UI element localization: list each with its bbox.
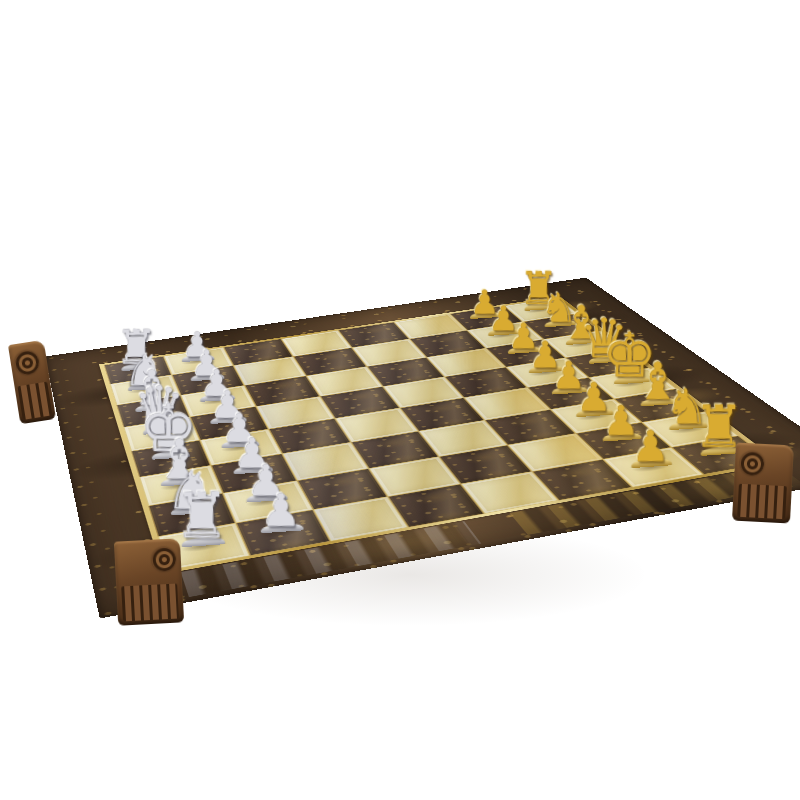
white-pawn-h2[interactable]: ♟ (237, 439, 321, 535)
board-foot-left (8, 340, 56, 425)
chessboard-scene: ♜♟♟♜♞♟♟♞♝♟♟♝♛♟♟♛♚♟♟♚♝♟♟♝♞♟♟♞♜♟♟♜ (48, 56, 752, 760)
black-pawn-h7[interactable]: ♟ (609, 379, 689, 469)
brass-rim: ♜♟♟♜♞♟♟♞♝♟♟♝♛♟♟♛♚♟♟♚♝♟♟♝♞♟♟♞♜♟♟♜ (99, 296, 781, 574)
piece-glyph: ♜ (173, 489, 229, 546)
board-grid: ♜♟♟♜♞♟♟♞♝♟♟♝♛♟♟♛♚♟♟♚♝♟♟♝♞♟♟♞♜♟♟♜ (104, 298, 773, 570)
piece-glyph: ♟ (261, 491, 301, 533)
square-h2[interactable]: ♟ (236, 510, 330, 556)
white-rook-h1[interactable]: ♜ (157, 452, 242, 549)
piece-glyph: ♟ (632, 428, 670, 467)
board-foot-right (732, 443, 794, 524)
board-foot-front (114, 538, 184, 625)
product-photo-stage: Overhead-angle product photo of a metal … (0, 0, 800, 800)
